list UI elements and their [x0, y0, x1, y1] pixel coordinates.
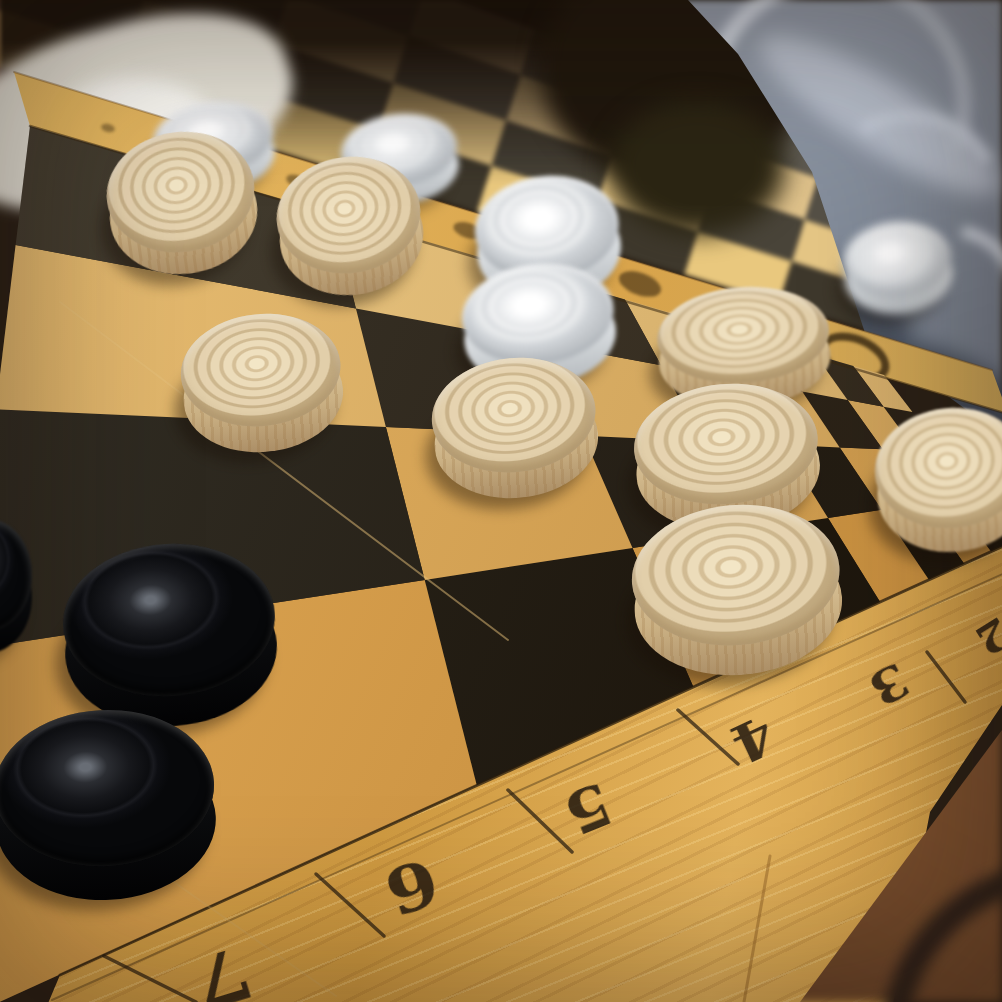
photo-scene: 234567: [0, 0, 1002, 1002]
wooden-checker-w2-r5c5[interactable]: [269, 148, 431, 305]
black-checker-b2-r2c7[interactable]: [58, 537, 282, 733]
wooden-checker-w4-r3c4[interactable]: [426, 350, 604, 506]
white-plastic-checker-p5-r5c1[interactable]: [839, 217, 956, 320]
black-checker-b1-r3c8[interactable]: [0, 519, 32, 653]
wooden-checker-w3-r4c6[interactable]: [175, 306, 349, 460]
black-checker-b3-r1c8[interactable]: [0, 704, 220, 905]
wooden-checker-w7-r2c1[interactable]: [869, 400, 1002, 559]
wooden-checker-w1-r5c7[interactable]: [99, 122, 265, 283]
wooden-checker-w8-r1c3[interactable]: [626, 496, 848, 683]
